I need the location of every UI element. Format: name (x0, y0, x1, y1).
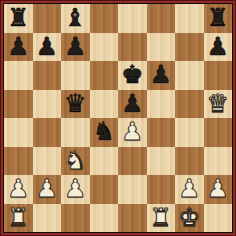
black-bishop[interactable]: ♝ (64, 4, 86, 33)
square-d6[interactable] (90, 61, 119, 90)
square-b2[interactable]: ♟ (33, 175, 62, 204)
square-b8[interactable] (33, 4, 62, 33)
chess-board: ♜♝♜♟♟♟♟♚♟♛♟♛♞♟♞♟♟♟♟♟♜♜♚ (3, 3, 233, 233)
square-a5[interactable] (4, 90, 33, 119)
square-c3[interactable]: ♞ (61, 147, 90, 176)
square-b1[interactable] (33, 204, 62, 233)
square-g5[interactable] (175, 90, 204, 119)
square-d3[interactable] (90, 147, 119, 176)
square-d4[interactable]: ♞ (90, 118, 119, 147)
square-a3[interactable] (4, 147, 33, 176)
white-rook[interactable]: ♜ (7, 204, 29, 233)
square-f2[interactable] (147, 175, 176, 204)
square-h4[interactable] (204, 118, 233, 147)
square-c6[interactable] (61, 61, 90, 90)
square-g7[interactable] (175, 33, 204, 62)
white-pawn[interactable]: ♟ (121, 118, 143, 147)
white-knight[interactable]: ♞ (64, 147, 86, 176)
square-c1[interactable] (61, 204, 90, 233)
square-e4[interactable]: ♟ (118, 118, 147, 147)
white-pawn[interactable]: ♟ (178, 175, 200, 204)
square-b4[interactable] (33, 118, 62, 147)
square-a1[interactable]: ♜ (4, 204, 33, 233)
black-rook[interactable]: ♜ (207, 4, 229, 33)
square-c7[interactable]: ♟ (61, 33, 90, 62)
black-knight[interactable]: ♞ (93, 118, 115, 147)
square-f3[interactable] (147, 147, 176, 176)
square-a6[interactable] (4, 61, 33, 90)
square-f6[interactable]: ♟ (147, 61, 176, 90)
white-rook[interactable]: ♜ (150, 204, 172, 233)
black-queen[interactable]: ♛ (64, 90, 86, 119)
square-d5[interactable] (90, 90, 119, 119)
square-g8[interactable] (175, 4, 204, 33)
square-d7[interactable] (90, 33, 119, 62)
square-a4[interactable] (4, 118, 33, 147)
square-e1[interactable] (118, 204, 147, 233)
square-h2[interactable]: ♟ (204, 175, 233, 204)
square-c4[interactable] (61, 118, 90, 147)
square-h5[interactable]: ♛ (204, 90, 233, 119)
white-queen[interactable]: ♛ (207, 90, 229, 119)
white-pawn[interactable]: ♟ (64, 175, 86, 204)
square-h7[interactable]: ♟ (204, 33, 233, 62)
square-f4[interactable] (147, 118, 176, 147)
square-g3[interactable] (175, 147, 204, 176)
square-e7[interactable] (118, 33, 147, 62)
square-e8[interactable] (118, 4, 147, 33)
board-frame: ♜♝♜♟♟♟♟♚♟♛♟♛♞♟♞♟♟♟♟♟♜♜♚ (0, 0, 236, 236)
square-c2[interactable]: ♟ (61, 175, 90, 204)
square-e2[interactable] (118, 175, 147, 204)
black-pawn[interactable]: ♟ (121, 90, 143, 119)
square-b7[interactable]: ♟ (33, 33, 62, 62)
black-king[interactable]: ♚ (121, 61, 143, 90)
black-pawn[interactable]: ♟ (150, 61, 172, 90)
square-a7[interactable]: ♟ (4, 33, 33, 62)
white-pawn[interactable]: ♟ (36, 175, 58, 204)
square-d8[interactable] (90, 4, 119, 33)
white-king[interactable]: ♚ (178, 204, 200, 233)
square-g2[interactable]: ♟ (175, 175, 204, 204)
square-f5[interactable] (147, 90, 176, 119)
square-a2[interactable]: ♟ (4, 175, 33, 204)
square-g1[interactable]: ♚ (175, 204, 204, 233)
square-d1[interactable] (90, 204, 119, 233)
square-h1[interactable] (204, 204, 233, 233)
white-pawn[interactable]: ♟ (207, 175, 229, 204)
square-b3[interactable] (33, 147, 62, 176)
square-e5[interactable]: ♟ (118, 90, 147, 119)
square-g6[interactable] (175, 61, 204, 90)
white-pawn[interactable]: ♟ (7, 175, 29, 204)
square-f7[interactable] (147, 33, 176, 62)
square-a8[interactable]: ♜ (4, 4, 33, 33)
square-h8[interactable]: ♜ (204, 4, 233, 33)
square-f1[interactable]: ♜ (147, 204, 176, 233)
square-e6[interactable]: ♚ (118, 61, 147, 90)
square-e3[interactable] (118, 147, 147, 176)
black-pawn[interactable]: ♟ (207, 33, 229, 62)
square-d2[interactable] (90, 175, 119, 204)
square-c8[interactable]: ♝ (61, 4, 90, 33)
square-h3[interactable] (204, 147, 233, 176)
square-c5[interactable]: ♛ (61, 90, 90, 119)
square-b5[interactable] (33, 90, 62, 119)
black-pawn[interactable]: ♟ (36, 33, 58, 62)
square-b6[interactable] (33, 61, 62, 90)
square-f8[interactable] (147, 4, 176, 33)
square-g4[interactable] (175, 118, 204, 147)
black-pawn[interactable]: ♟ (64, 33, 86, 62)
black-pawn[interactable]: ♟ (7, 33, 29, 62)
black-rook[interactable]: ♜ (7, 4, 29, 33)
square-h6[interactable] (204, 61, 233, 90)
